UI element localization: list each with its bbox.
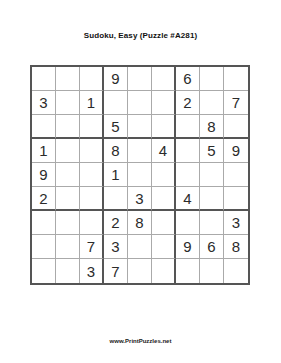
- cell-r1c5-empty: [128, 67, 152, 91]
- cell-r2c7-given-2: 2: [176, 91, 200, 115]
- cell-r4c6-given-4: 4: [152, 139, 176, 163]
- cell-r1c6-empty: [152, 67, 176, 91]
- cell-r6c2-empty: [56, 187, 80, 211]
- cell-r8c3-given-7: 7: [80, 235, 104, 259]
- cell-r7c7-empty: [176, 211, 200, 235]
- cell-r7c8-empty: [200, 211, 224, 235]
- cell-r8c9-given-8: 8: [224, 235, 248, 259]
- cell-r2c1-given-3: 3: [32, 91, 56, 115]
- cell-r9c1-empty: [32, 259, 56, 283]
- cell-r7c1-empty: [32, 211, 56, 235]
- cell-r2c5-empty: [128, 91, 152, 115]
- cell-r2c9-given-7: 7: [224, 91, 248, 115]
- cell-r6c7-given-4: 4: [176, 187, 200, 211]
- cell-r9c8-empty: [200, 259, 224, 283]
- cell-r9c4-given-7: 7: [104, 259, 128, 283]
- cell-r3c7-empty: [176, 115, 200, 139]
- cell-r4c1-given-1: 1: [32, 139, 56, 163]
- cell-r9c5-empty: [128, 259, 152, 283]
- cell-r8c8-given-6: 6: [200, 235, 224, 259]
- cell-r4c8-given-5: 5: [200, 139, 224, 163]
- cell-r3c1-empty: [32, 115, 56, 139]
- cell-r7c6-empty: [152, 211, 176, 235]
- cell-r6c1-given-2: 2: [32, 187, 56, 211]
- cell-r6c3-empty: [80, 187, 104, 211]
- cell-r2c4-empty: [104, 91, 128, 115]
- cell-r5c3-empty: [80, 163, 104, 187]
- cell-r7c5-given-8: 8: [128, 211, 152, 235]
- cell-r8c7-given-9: 9: [176, 235, 200, 259]
- cell-r4c7-empty: [176, 139, 200, 163]
- cell-r1c4-given-9: 9: [104, 67, 128, 91]
- cell-r6c8-empty: [200, 187, 224, 211]
- cell-r3c9-empty: [224, 115, 248, 139]
- cell-r6c4-empty: [104, 187, 128, 211]
- cell-r3c6-empty: [152, 115, 176, 139]
- cell-r2c3-given-1: 1: [80, 91, 104, 115]
- cell-r7c9-given-3: 3: [224, 211, 248, 235]
- cell-r1c8-empty: [200, 67, 224, 91]
- cell-r5c2-empty: [56, 163, 80, 187]
- cell-r1c3-empty: [80, 67, 104, 91]
- cell-r4c5-empty: [128, 139, 152, 163]
- cell-r4c3-empty: [80, 139, 104, 163]
- cell-r6c6-empty: [152, 187, 176, 211]
- cell-r5c7-empty: [176, 163, 200, 187]
- cell-r5c5-empty: [128, 163, 152, 187]
- cell-r5c1-given-9: 9: [32, 163, 56, 187]
- cell-r3c4-given-5: 5: [104, 115, 128, 139]
- cell-r7c3-empty: [80, 211, 104, 235]
- cell-r9c2-empty: [56, 259, 80, 283]
- cell-r6c5-given-3: 3: [128, 187, 152, 211]
- cell-r8c5-empty: [128, 235, 152, 259]
- cell-r7c4-given-2: 2: [104, 211, 128, 235]
- cell-r1c9-empty: [224, 67, 248, 91]
- cell-r4c9-given-9: 9: [224, 139, 248, 163]
- cell-r9c3-given-3: 3: [80, 259, 104, 283]
- cell-r9c9-empty: [224, 259, 248, 283]
- cell-r3c3-empty: [80, 115, 104, 139]
- cell-r9c6-empty: [152, 259, 176, 283]
- page-title: Sudoku, Easy (Puzzle #A281): [0, 31, 281, 40]
- cell-r1c1-empty: [32, 67, 56, 91]
- sudoku-board: 9631275818459912342837396837: [30, 65, 250, 285]
- cell-r5c9-empty: [224, 163, 248, 187]
- cell-r4c4-given-8: 8: [104, 139, 128, 163]
- cell-r8c6-empty: [152, 235, 176, 259]
- cell-r2c8-empty: [200, 91, 224, 115]
- cell-r2c2-empty: [56, 91, 80, 115]
- footer-url: www.PrintPuzzles.net: [0, 338, 281, 344]
- cell-r1c2-empty: [56, 67, 80, 91]
- cell-r5c8-empty: [200, 163, 224, 187]
- cell-r8c2-empty: [56, 235, 80, 259]
- cell-r8c1-empty: [32, 235, 56, 259]
- cell-r4c2-empty: [56, 139, 80, 163]
- cell-r9c7-empty: [176, 259, 200, 283]
- cell-r6c9-empty: [224, 187, 248, 211]
- cell-r7c2-empty: [56, 211, 80, 235]
- cell-r1c7-given-6: 6: [176, 67, 200, 91]
- cell-r8c4-given-3: 3: [104, 235, 128, 259]
- cell-r5c4-given-1: 1: [104, 163, 128, 187]
- cell-r3c5-empty: [128, 115, 152, 139]
- cell-r5c6-empty: [152, 163, 176, 187]
- cell-r3c8-given-8: 8: [200, 115, 224, 139]
- cell-r3c2-empty: [56, 115, 80, 139]
- cell-r2c6-empty: [152, 91, 176, 115]
